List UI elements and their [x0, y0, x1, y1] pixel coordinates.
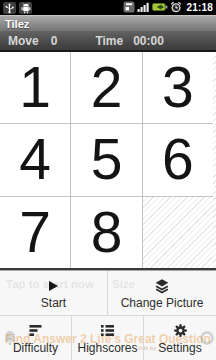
info-bar: Move 0 Time 00:00: [0, 31, 216, 52]
status-clock: 21:18: [186, 2, 213, 13]
start-label: Start: [41, 296, 66, 310]
time-elapsed: 00:00: [133, 34, 164, 48]
puzzle-board: 1 2 3 4 5 6 7 8: [0, 52, 216, 268]
difficulty-sort-icon: [28, 322, 43, 339]
tile-5[interactable]: 5: [71, 124, 141, 195]
tilez-app-screen: 21:18 Tilez Move 0 Time 00:00 1 2 3 4 5 …: [0, 0, 216, 360]
usb-icon: [3, 2, 16, 14]
settings-label: Settings: [158, 341, 201, 355]
play-icon: [49, 277, 58, 294]
status-bar: 21:18: [0, 0, 216, 15]
move-label: Move: [8, 34, 39, 48]
app-title: Tilez: [0, 18, 29, 30]
tile-6[interactable]: 6: [143, 124, 213, 195]
tile-7[interactable]: 7: [0, 197, 70, 268]
signal-strength-icon: [137, 0, 150, 17]
options-menu: Tap to start now Size Find Answer 2 Life…: [0, 270, 216, 360]
difficulty-label: Difficulty: [13, 341, 58, 355]
android-debug-icon: [19, 2, 32, 14]
highscores-label: Highscores: [77, 341, 137, 355]
tile-8[interactable]: 8: [71, 197, 141, 268]
status-left-icons: [3, 2, 32, 14]
change-picture-label: Change Picture: [121, 296, 204, 310]
gear-icon: [173, 322, 188, 339]
layers-icon: [154, 277, 170, 294]
alarm-icon: [170, 0, 182, 17]
highscores-menu-item[interactable]: Highscores: [72, 316, 144, 360]
settings-menu-item[interactable]: Settings: [144, 316, 216, 360]
empty-cell: [143, 197, 213, 268]
menu-row-1: Start Change Picture: [0, 271, 216, 316]
title-bar: Tilez: [0, 15, 216, 31]
numbered-list-icon: [100, 322, 115, 339]
time-label: Time: [95, 34, 123, 48]
menu-row-2: Difficulty Highscores: [0, 316, 216, 360]
tile-3[interactable]: 3: [143, 52, 213, 123]
difficulty-menu-item[interactable]: Difficulty: [0, 316, 72, 360]
tile-2[interactable]: 2: [71, 52, 141, 123]
tile-grid: 1 2 3 4 5 6 7 8: [0, 52, 213, 268]
mobile-data-icon: [123, 0, 135, 17]
start-menu-item[interactable]: Start: [0, 271, 108, 315]
change-picture-menu-item[interactable]: Change Picture: [108, 271, 216, 315]
status-right-icons: 21:18: [123, 0, 213, 17]
move-count: 0: [51, 34, 58, 48]
tile-1[interactable]: 1: [0, 52, 70, 123]
tile-4[interactable]: 4: [0, 124, 70, 195]
battery-charging-icon: [152, 0, 168, 17]
